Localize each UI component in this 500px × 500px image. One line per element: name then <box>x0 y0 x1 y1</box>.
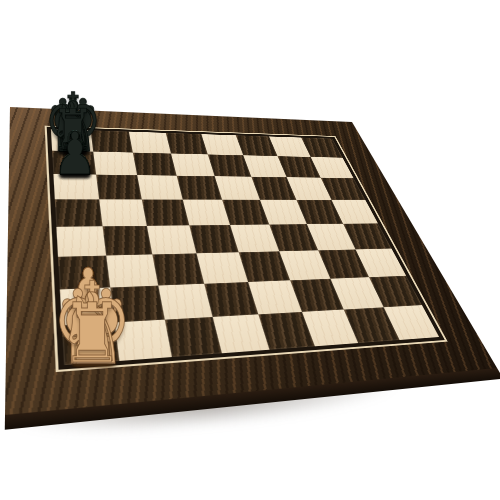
square-c3[interactable] <box>152 253 204 285</box>
square-c5[interactable] <box>142 199 190 225</box>
product-photo: ♜♞♝♛♚♝♞♜♟♟♟♟♟♟♟♟♟♟♟♟♟♟♟♟♜♞♝♛♚♝♞♜ <box>0 0 500 500</box>
square-c8[interactable] <box>129 132 171 154</box>
square-c4[interactable] <box>147 225 197 254</box>
square-c6[interactable] <box>137 175 183 199</box>
square-b5[interactable] <box>99 199 147 226</box>
piece-white-rook-a1[interactable]: ♜ <box>61 291 122 374</box>
square-b6[interactable] <box>96 175 142 200</box>
square-c7[interactable] <box>133 153 177 176</box>
square-c2[interactable] <box>158 284 212 320</box>
square-b4[interactable] <box>103 226 153 256</box>
square-a5[interactable] <box>55 199 103 226</box>
piece-black-pawn-a7[interactable]: ♟ <box>53 124 96 183</box>
